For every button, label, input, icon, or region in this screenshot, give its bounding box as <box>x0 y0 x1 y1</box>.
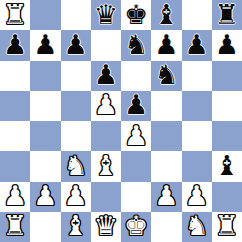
square-e5[interactable]: ♟ <box>121 91 151 121</box>
square-h4[interactable] <box>212 121 242 151</box>
white-pawn-a2[interactable]: ♟ <box>3 182 27 209</box>
black-pawn-h7[interactable]: ♟ <box>215 31 239 58</box>
square-e8[interactable]: ♚ <box>121 0 151 30</box>
square-d7[interactable] <box>91 30 121 60</box>
square-b8[interactable] <box>30 0 60 30</box>
square-h2[interactable] <box>212 182 242 212</box>
white-pawn-c2[interactable]: ♟ <box>64 182 88 209</box>
white-knight-c3[interactable]: ♞ <box>64 152 88 179</box>
square-e2[interactable] <box>121 182 151 212</box>
square-a2[interactable]: ♟ <box>0 182 30 212</box>
square-c1[interactable]: ♝ <box>61 212 91 242</box>
square-e7[interactable]: ♞ <box>121 30 151 60</box>
black-pawn-f7[interactable]: ♟ <box>154 31 178 58</box>
square-b4[interactable] <box>30 121 60 151</box>
square-a3[interactable] <box>0 151 30 181</box>
square-f6[interactable]: ♞ <box>151 61 181 91</box>
square-b3[interactable] <box>30 151 60 181</box>
square-d1[interactable]: ♛ <box>91 212 121 242</box>
black-pawn-d6[interactable]: ♟ <box>94 61 118 88</box>
white-queen-d1[interactable]: ♛ <box>94 212 118 239</box>
white-knight-g1[interactable]: ♞ <box>185 212 209 239</box>
square-b1[interactable] <box>30 212 60 242</box>
white-pawn-d5[interactable]: ♟ <box>94 91 118 118</box>
black-pawn-c7[interactable]: ♟ <box>64 31 88 58</box>
chess-board: ♜♛♚♝♜♟♟♟♞♟♟♟♟♞♟♟♟♞♝♝♟♟♟♟♟♜♝♛♚♞♜ <box>0 0 242 242</box>
square-a4[interactable] <box>0 121 30 151</box>
square-e1[interactable]: ♚ <box>121 212 151 242</box>
square-e6[interactable] <box>121 61 151 91</box>
white-rook-a1[interactable]: ♜ <box>3 212 27 239</box>
square-h6[interactable] <box>212 61 242 91</box>
square-g1[interactable]: ♞ <box>182 212 212 242</box>
black-pawn-a7[interactable]: ♟ <box>3 31 27 58</box>
white-pawn-f2[interactable]: ♟ <box>154 182 178 209</box>
square-a1[interactable]: ♜ <box>0 212 30 242</box>
white-bishop-c1[interactable]: ♝ <box>64 212 88 239</box>
white-bishop-d3[interactable]: ♝ <box>94 152 118 179</box>
square-c2[interactable]: ♟ <box>61 182 91 212</box>
square-c3[interactable]: ♞ <box>61 151 91 181</box>
white-pawn-g2[interactable]: ♟ <box>185 182 209 209</box>
black-pawn-g7[interactable]: ♟ <box>185 31 209 58</box>
white-king-e1[interactable]: ♚ <box>124 212 148 239</box>
square-f8[interactable]: ♝ <box>151 0 181 30</box>
square-d5[interactable]: ♟ <box>91 91 121 121</box>
square-h8[interactable]: ♜ <box>212 0 242 30</box>
black-pawn-b7[interactable]: ♟ <box>33 31 57 58</box>
white-pawn-e4[interactable]: ♟ <box>124 122 148 149</box>
square-b5[interactable] <box>30 91 60 121</box>
square-f5[interactable] <box>151 91 181 121</box>
square-g5[interactable] <box>182 91 212 121</box>
black-knight-f6[interactable]: ♞ <box>154 61 178 88</box>
square-h7[interactable]: ♟ <box>212 30 242 60</box>
white-rook-h1[interactable]: ♜ <box>215 212 239 239</box>
square-g4[interactable] <box>182 121 212 151</box>
square-c6[interactable] <box>61 61 91 91</box>
square-c7[interactable]: ♟ <box>61 30 91 60</box>
square-c5[interactable] <box>61 91 91 121</box>
square-g2[interactable]: ♟ <box>182 182 212 212</box>
chess-board-container: ♜♛♚♝♜♟♟♟♞♟♟♟♟♞♟♟♟♞♝♝♟♟♟♟♟♜♝♛♚♞♜ <box>0 0 242 242</box>
square-b6[interactable] <box>30 61 60 91</box>
square-h5[interactable] <box>212 91 242 121</box>
square-d3[interactable]: ♝ <box>91 151 121 181</box>
square-c8[interactable] <box>61 0 91 30</box>
square-a8[interactable]: ♜ <box>0 0 30 30</box>
square-b7[interactable]: ♟ <box>30 30 60 60</box>
square-f3[interactable] <box>151 151 181 181</box>
square-f2[interactable]: ♟ <box>151 182 181 212</box>
square-d4[interactable] <box>91 121 121 151</box>
square-g7[interactable]: ♟ <box>182 30 212 60</box>
black-king-e8[interactable]: ♚ <box>124 1 148 28</box>
square-e3[interactable] <box>121 151 151 181</box>
square-d8[interactable]: ♛ <box>91 0 121 30</box>
black-bishop-h3[interactable]: ♝ <box>215 152 239 179</box>
square-a5[interactable] <box>0 91 30 121</box>
square-g6[interactable] <box>182 61 212 91</box>
square-d6[interactable]: ♟ <box>91 61 121 91</box>
white-pawn-b2[interactable]: ♟ <box>33 182 57 209</box>
square-b2[interactable]: ♟ <box>30 182 60 212</box>
square-f7[interactable]: ♟ <box>151 30 181 60</box>
square-e4[interactable]: ♟ <box>121 121 151 151</box>
white-rook-a8[interactable]: ♜ <box>3 1 27 28</box>
black-bishop-f8[interactable]: ♝ <box>154 1 178 28</box>
square-g8[interactable] <box>182 0 212 30</box>
black-knight-e7[interactable]: ♞ <box>124 31 148 58</box>
square-d2[interactable] <box>91 182 121 212</box>
square-g3[interactable] <box>182 151 212 181</box>
square-h3[interactable]: ♝ <box>212 151 242 181</box>
square-f4[interactable] <box>151 121 181 151</box>
black-queen-d8[interactable]: ♛ <box>94 1 118 28</box>
square-f1[interactable] <box>151 212 181 242</box>
black-pawn-e5[interactable]: ♟ <box>124 91 148 118</box>
square-c4[interactable] <box>61 121 91 151</box>
black-rook-h8[interactable]: ♜ <box>215 1 239 28</box>
square-a7[interactable]: ♟ <box>0 30 30 60</box>
square-h1[interactable]: ♜ <box>212 212 242 242</box>
square-a6[interactable] <box>0 61 30 91</box>
